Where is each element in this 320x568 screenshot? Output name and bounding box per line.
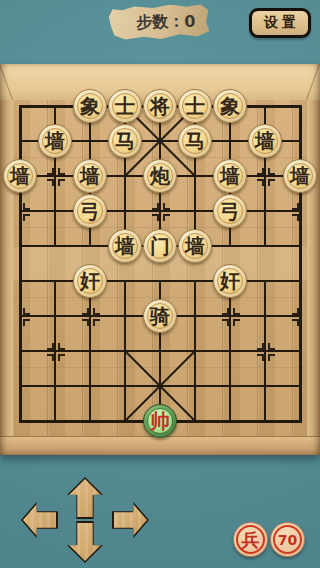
piece-门[interactable]: 门 bbox=[143, 229, 177, 263]
piece-label: 象 bbox=[77, 93, 103, 119]
point-marker bbox=[58, 343, 65, 350]
soldier-count-badge: 70 bbox=[270, 522, 305, 557]
piece-象[interactable]: 象 bbox=[73, 89, 107, 123]
piece-墙[interactable]: 墙 bbox=[108, 229, 142, 263]
point-marker bbox=[163, 203, 170, 210]
piece-骑[interactable]: 骑 bbox=[143, 299, 177, 333]
piece-弓[interactable]: 弓 bbox=[73, 194, 107, 228]
piece-马[interactable]: 马 bbox=[178, 124, 212, 158]
point-marker bbox=[152, 214, 159, 221]
point-marker bbox=[268, 179, 275, 186]
point-marker bbox=[82, 308, 89, 315]
piece-label: 墙 bbox=[287, 163, 313, 189]
point-marker bbox=[82, 319, 89, 326]
point-marker bbox=[292, 214, 299, 221]
piece-士[interactable]: 士 bbox=[178, 89, 212, 123]
arrow-up-icon bbox=[69, 479, 101, 517]
soldier-count-ring: 70 bbox=[273, 525, 302, 554]
grid-line bbox=[54, 281, 56, 421]
piece-将[interactable]: 将 bbox=[143, 89, 177, 123]
piece-label: 墙 bbox=[42, 128, 68, 154]
point-marker bbox=[23, 203, 30, 210]
piece-label: 象 bbox=[217, 93, 243, 119]
board-grid: 象士将士象墙马马墙墙墙炮墙墙弓弓墙门墙奸奸骑帅 bbox=[0, 64, 320, 455]
point-marker bbox=[23, 319, 30, 326]
piece-label: 士 bbox=[112, 93, 138, 119]
piece-label: 墙 bbox=[112, 233, 138, 259]
grid-line bbox=[229, 281, 231, 421]
piece-墙[interactable]: 墙 bbox=[73, 159, 107, 193]
soldier-badge-text: 兵 bbox=[242, 528, 260, 552]
point-marker bbox=[47, 179, 54, 186]
settings-button-label: 设置 bbox=[260, 14, 300, 32]
point-marker bbox=[268, 354, 275, 361]
grid-line bbox=[299, 105, 302, 423]
point-marker bbox=[257, 168, 264, 175]
point-marker bbox=[292, 319, 299, 326]
point-marker bbox=[233, 308, 240, 315]
piece-墙[interactable]: 墙 bbox=[38, 124, 72, 158]
piece-炮[interactable]: 炮 bbox=[143, 159, 177, 193]
point-marker bbox=[58, 168, 65, 175]
soldier-badge-ring: 兵 bbox=[236, 525, 265, 554]
board-frame-bottom bbox=[0, 436, 320, 455]
piece-label: 骑 bbox=[147, 303, 173, 329]
piece-墙[interactable]: 墙 bbox=[3, 159, 37, 193]
steps-counter: 步数：0 bbox=[108, 3, 209, 40]
point-marker bbox=[292, 308, 299, 315]
grid-line bbox=[264, 281, 266, 421]
point-marker bbox=[257, 354, 264, 361]
piece-墙[interactable]: 墙 bbox=[178, 229, 212, 263]
point-marker bbox=[58, 354, 65, 361]
piece-label: 马 bbox=[182, 128, 208, 154]
arrow-down-icon bbox=[69, 523, 101, 561]
settings-button[interactable]: 设置 bbox=[249, 8, 311, 38]
point-marker bbox=[47, 354, 54, 361]
point-marker bbox=[152, 203, 159, 210]
point-marker bbox=[292, 203, 299, 210]
point-marker bbox=[58, 179, 65, 186]
piece-label: 奸 bbox=[77, 268, 103, 294]
point-marker bbox=[257, 343, 264, 350]
piece-label: 士 bbox=[182, 93, 208, 119]
arrow-right-button[interactable] bbox=[112, 502, 149, 538]
steps-value: 0 bbox=[184, 11, 196, 30]
piece-label: 墙 bbox=[252, 128, 278, 154]
point-marker bbox=[268, 168, 275, 175]
arrow-right-icon bbox=[114, 504, 147, 536]
piece-马[interactable]: 马 bbox=[108, 124, 142, 158]
piece-label: 门 bbox=[147, 233, 173, 259]
piece-弓[interactable]: 弓 bbox=[213, 194, 247, 228]
piece-墙[interactable]: 墙 bbox=[213, 159, 247, 193]
arrow-left-button[interactable] bbox=[21, 502, 58, 538]
point-marker bbox=[233, 319, 240, 326]
piece-奸[interactable]: 奸 bbox=[213, 264, 247, 298]
piece-label: 弓 bbox=[217, 198, 243, 224]
grid-line bbox=[19, 105, 22, 423]
piece-label: 墙 bbox=[77, 163, 103, 189]
piece-label: 墙 bbox=[217, 163, 243, 189]
piece-帅[interactable]: 帅 bbox=[143, 404, 177, 438]
piece-label: 墙 bbox=[182, 233, 208, 259]
point-marker bbox=[93, 319, 100, 326]
point-marker bbox=[268, 343, 275, 350]
piece-墙[interactable]: 墙 bbox=[283, 159, 317, 193]
point-marker bbox=[93, 308, 100, 315]
point-marker bbox=[47, 343, 54, 350]
grid-line bbox=[89, 281, 91, 421]
arrow-down-button[interactable] bbox=[67, 521, 103, 563]
piece-墙[interactable]: 墙 bbox=[248, 124, 282, 158]
piece-label: 墙 bbox=[7, 163, 33, 189]
piece-label: 炮 bbox=[147, 163, 173, 189]
piece-label: 奸 bbox=[217, 268, 243, 294]
arrow-up-button[interactable] bbox=[67, 477, 103, 519]
point-marker bbox=[23, 308, 30, 315]
soldier-count-text: 70 bbox=[278, 532, 297, 548]
arrow-left-icon bbox=[23, 504, 56, 536]
piece-label: 马 bbox=[112, 128, 138, 154]
piece-奸[interactable]: 奸 bbox=[73, 264, 107, 298]
point-marker bbox=[163, 214, 170, 221]
point-marker bbox=[222, 319, 229, 326]
soldier-badge: 兵 bbox=[233, 522, 268, 557]
app-background: 步数：0 设置 象士将士象墙马马墙墙墙炮墙墙弓弓墙门墙奸奸骑帅 兵 70 bbox=[0, 0, 320, 568]
piece-label: 将 bbox=[147, 93, 173, 119]
piece-label: 弓 bbox=[77, 198, 103, 224]
point-marker bbox=[257, 179, 264, 186]
xiangqi-board: 象士将士象墙马马墙墙墙炮墙墙弓弓墙门墙奸奸骑帅 bbox=[0, 64, 320, 455]
point-marker bbox=[23, 214, 30, 221]
steps-label: 步数： bbox=[136, 11, 185, 34]
piece-象[interactable]: 象 bbox=[213, 89, 247, 123]
point-marker bbox=[222, 308, 229, 315]
piece-label: 帅 bbox=[147, 408, 173, 434]
piece-士[interactable]: 士 bbox=[108, 89, 142, 123]
point-marker bbox=[47, 168, 54, 175]
